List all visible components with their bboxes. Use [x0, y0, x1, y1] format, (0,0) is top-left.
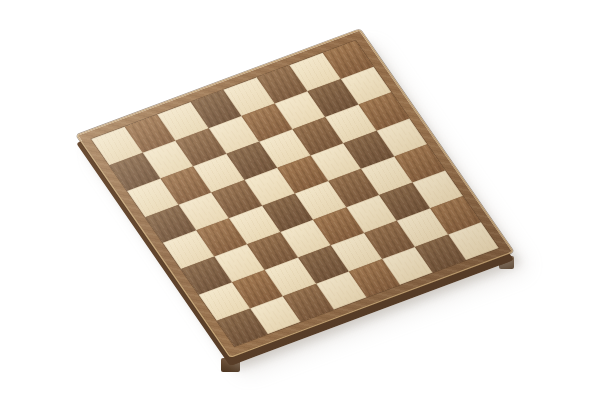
chess-board — [76, 29, 514, 358]
playing-field — [91, 41, 498, 347]
chessboard-product-photo — [0, 0, 600, 400]
